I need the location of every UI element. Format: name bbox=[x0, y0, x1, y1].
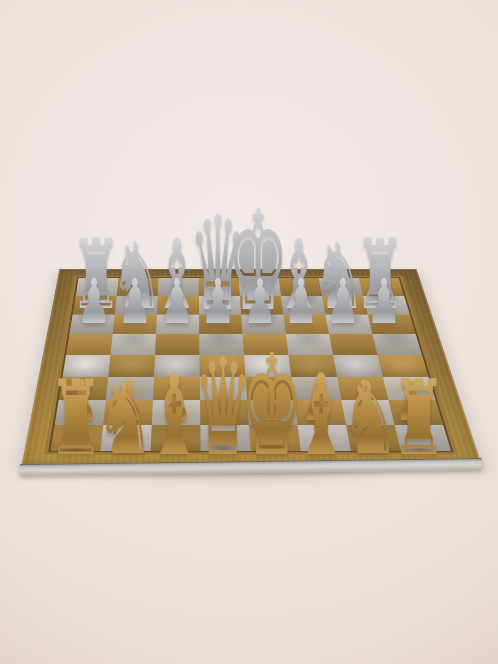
black-pawn[interactable]: ♟ bbox=[201, 271, 235, 333]
photo-backdrop: ♜♞♝♛♚♝♞♜♟♟♟♟♟♟♟♟♟♟♟♟♟♟♟♟♜♞♝♛♚♝♞♜ bbox=[0, 0, 498, 664]
black-pawn[interactable]: ♟ bbox=[118, 271, 152, 333]
black-pawn[interactable]: ♟ bbox=[367, 271, 401, 333]
white-rook[interactable]: ♜ bbox=[391, 366, 447, 470]
black-pawn[interactable]: ♟ bbox=[77, 271, 111, 333]
black-pawn[interactable]: ♟ bbox=[160, 271, 194, 333]
black-pawn[interactable]: ♟ bbox=[326, 271, 360, 333]
